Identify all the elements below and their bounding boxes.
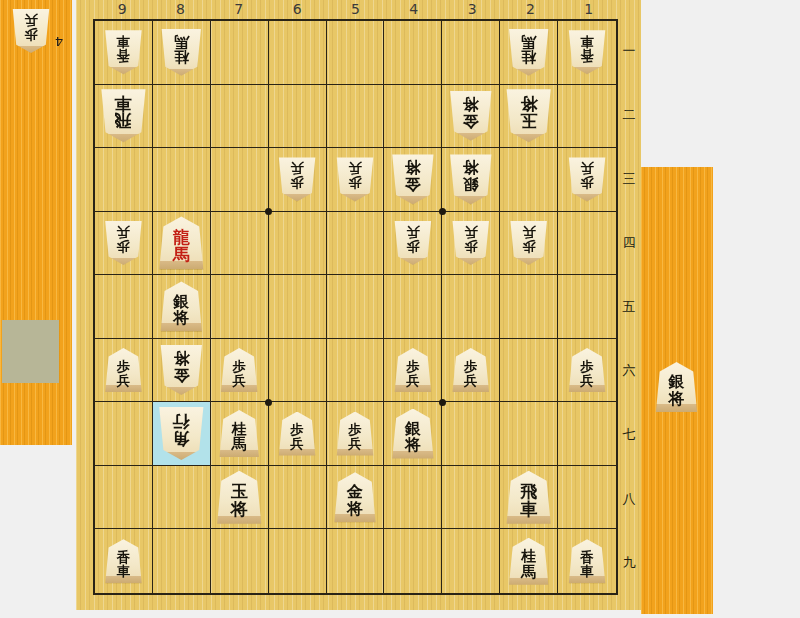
square-4-1[interactable] [384, 21, 442, 85]
piece-kanji: 飛車 [506, 471, 552, 524]
star-point [439, 399, 446, 406]
square-6-8[interactable] [269, 466, 327, 530]
square-9-9[interactable]: 香車 [95, 529, 153, 593]
shogi-piece-gote[interactable]: 歩兵 [104, 221, 142, 265]
square-8-3[interactable] [153, 148, 211, 212]
shogi-piece-sente[interactable]: 龍馬 [158, 216, 204, 269]
square-1-1[interactable]: 香車 [558, 21, 616, 85]
star-point [265, 399, 272, 406]
rank-label: 六 [617, 339, 641, 403]
shogi-piece-sente[interactable]: 歩兵 [220, 348, 258, 392]
square-6-2[interactable] [269, 85, 327, 149]
square-2-9[interactable]: 桂馬 [500, 529, 558, 593]
shogi-piece-sente[interactable]: 銀将 [391, 409, 434, 459]
square-4-4[interactable]: 歩兵 [384, 212, 442, 276]
piece-kanji: 玉将 [506, 89, 552, 142]
square-4-3[interactable]: 金将 [384, 148, 442, 212]
file-labels: 987654321 [93, 0, 618, 18]
piece-kanji: 龍馬 [158, 216, 204, 269]
square-4-2[interactable] [384, 85, 442, 149]
square-8-4[interactable]: 龍馬 [153, 212, 211, 276]
shogi-piece-gote[interactable]: 金将 [449, 91, 492, 141]
rank-label: 八 [617, 467, 641, 531]
piece-kanji: 歩兵 [336, 157, 374, 201]
shogi-piece-sente[interactable]: 飛車 [506, 471, 552, 524]
piece-kanji: 歩兵 [104, 221, 142, 265]
square-1-2[interactable] [558, 85, 616, 149]
square-4-7[interactable]: 銀将 [384, 402, 442, 466]
shogi-piece-gote[interactable]: 玉将 [506, 89, 552, 142]
file-label: 5 [326, 0, 384, 18]
square-9-3[interactable] [95, 148, 153, 212]
piece-kanji: 歩兵 [394, 221, 432, 265]
shogi-piece-sente[interactable]: 金将 [333, 472, 376, 522]
piece-kanji: 桂馬 [508, 538, 549, 585]
square-6-6[interactable] [269, 339, 327, 403]
rank-label: 一 [617, 19, 641, 83]
shogi-piece-gote[interactable]: 飛車 [100, 89, 146, 142]
piece-kanji: 銀将 [391, 409, 434, 459]
square-7-3[interactable] [211, 148, 269, 212]
shogi-piece-gote[interactable]: 歩兵 [12, 9, 50, 53]
square-3-5[interactable] [442, 275, 500, 339]
piece-kanji: 桂馬 [161, 29, 202, 76]
square-9-8[interactable] [95, 466, 153, 530]
square-6-5[interactable] [269, 275, 327, 339]
shogi-piece-gote[interactable]: 銀将 [449, 154, 492, 204]
square-9-4[interactable]: 歩兵 [95, 212, 153, 276]
piece-kanji: 歩兵 [336, 412, 374, 456]
square-3-9[interactable] [442, 529, 500, 593]
square-6-7[interactable]: 歩兵 [269, 402, 327, 466]
square-1-8[interactable] [558, 466, 616, 530]
shogi-piece-sente[interactable]: 香車 [104, 539, 142, 583]
file-label: 3 [443, 0, 501, 18]
piece-kanji: 歩兵 [12, 9, 50, 53]
square-7-2[interactable] [211, 85, 269, 149]
piece-kanji: 香車 [568, 539, 606, 583]
piece-kanji: 香車 [104, 539, 142, 583]
shogi-piece-gote[interactable]: 角行 [158, 407, 204, 460]
square-8-6[interactable]: 金将 [153, 339, 211, 403]
square-8-9[interactable] [153, 529, 211, 593]
square-9-5[interactable] [95, 275, 153, 339]
square-7-8[interactable]: 玉将 [211, 466, 269, 530]
piece-kanji: 歩兵 [510, 221, 548, 265]
square-2-7[interactable] [500, 402, 558, 466]
star-point [265, 208, 272, 215]
square-5-9[interactable] [327, 529, 385, 593]
square-9-7[interactable] [95, 402, 153, 466]
square-4-6[interactable]: 歩兵 [384, 339, 442, 403]
shogi-piece-gote[interactable]: 金将 [160, 345, 203, 395]
square-9-1[interactable]: 香車 [95, 21, 153, 85]
shogi-piece-sente[interactable]: 歩兵 [452, 348, 490, 392]
square-5-8[interactable]: 金将 [327, 466, 385, 530]
piece-kanji: 銀将 [160, 281, 203, 331]
piece-kanji: 歩兵 [568, 157, 606, 201]
square-4-8[interactable] [384, 466, 442, 530]
square-2-8[interactable]: 飛車 [500, 466, 558, 530]
piece-kanji: 金将 [160, 345, 203, 395]
shogi-piece-gote[interactable]: 桂馬 [508, 29, 549, 76]
shogi-piece-gote[interactable]: 歩兵 [336, 157, 374, 201]
star-point [439, 208, 446, 215]
shogi-piece-gote[interactable]: 歩兵 [278, 157, 316, 201]
piece-kanji: 銀将 [655, 362, 698, 412]
square-7-1[interactable] [211, 21, 269, 85]
shogi-piece-gote[interactable]: 金将 [391, 154, 434, 204]
square-1-7[interactable] [558, 402, 616, 466]
file-label: 7 [210, 0, 268, 18]
square-8-7[interactable]: 角行 [153, 402, 211, 466]
square-1-6[interactable]: 歩兵 [558, 339, 616, 403]
piece-kanji: 玉将 [216, 471, 262, 524]
piece-kanji: 歩兵 [278, 412, 316, 456]
rank-label: 五 [617, 275, 641, 339]
rank-label: 二 [617, 83, 641, 147]
piece-kanji: 歩兵 [452, 348, 490, 392]
square-7-4[interactable] [211, 212, 269, 276]
square-1-9[interactable]: 香車 [558, 529, 616, 593]
piece-kanji: 銀将 [449, 154, 492, 204]
file-label: 6 [268, 0, 326, 18]
piece-kanji: 歩兵 [394, 348, 432, 392]
rank-label: 九 [617, 531, 641, 595]
square-6-1[interactable] [269, 21, 327, 85]
shogi-piece-sente[interactable]: 歩兵 [394, 348, 432, 392]
square-7-6[interactable]: 歩兵 [211, 339, 269, 403]
square-4-5[interactable] [384, 275, 442, 339]
file-label: 9 [93, 0, 151, 18]
piece-kanji: 角行 [158, 407, 204, 460]
shogi-app: 歩兵 4 987654321 一二三四五六七八九 香車桂馬桂馬香車飛車金将玉将歩… [0, 0, 800, 618]
square-5-4[interactable] [327, 212, 385, 276]
square-4-9[interactable] [384, 529, 442, 593]
shogi-piece-sente[interactable]: 銀将 [160, 281, 203, 331]
square-2-1[interactable]: 桂馬 [500, 21, 558, 85]
piece-kanji: 金将 [449, 91, 492, 141]
piece-kanji: 金将 [333, 472, 376, 522]
shogi-piece-sente[interactable]: 歩兵 [104, 348, 142, 392]
gote-hand-piece-slot: 歩兵 [12, 9, 50, 53]
square-3-6[interactable]: 歩兵 [442, 339, 500, 403]
square-2-4[interactable]: 歩兵 [500, 212, 558, 276]
shogi-piece-gote[interactable]: 歩兵 [452, 221, 490, 265]
piece-kanji: 歩兵 [278, 157, 316, 201]
piece-kanji: 歩兵 [104, 348, 142, 392]
shogi-piece-sente[interactable]: 歩兵 [336, 412, 374, 456]
shogi-piece-sente[interactable]: 歩兵 [568, 348, 606, 392]
shogi-piece-gote[interactable]: 歩兵 [510, 221, 548, 265]
square-3-7[interactable] [442, 402, 500, 466]
square-8-1[interactable]: 桂馬 [153, 21, 211, 85]
shogi-piece-gote[interactable]: 桂馬 [161, 29, 202, 76]
shogi-piece-sente[interactable]: 桂馬 [508, 538, 549, 585]
file-label: 4 [385, 0, 443, 18]
rank-labels: 一二三四五六七八九 [617, 19, 641, 595]
piece-kanji: 香車 [568, 30, 606, 74]
file-label: 1 [560, 0, 618, 18]
square-5-7[interactable]: 歩兵 [327, 402, 385, 466]
square-5-5[interactable] [327, 275, 385, 339]
piece-kanji: 桂馬 [508, 29, 549, 76]
square-8-2[interactable] [153, 85, 211, 149]
piece-kanji: 歩兵 [220, 348, 258, 392]
shogi-piece-gote[interactable]: 歩兵 [394, 221, 432, 265]
square-3-4[interactable]: 歩兵 [442, 212, 500, 276]
square-9-2[interactable]: 飛車 [95, 85, 153, 149]
square-5-3[interactable]: 歩兵 [327, 148, 385, 212]
square-2-3[interactable] [500, 148, 558, 212]
shogi-piece-sente[interactable]: 歩兵 [278, 412, 316, 456]
shogi-piece-sente[interactable]: 玉将 [216, 471, 262, 524]
square-2-6[interactable] [500, 339, 558, 403]
board-grid: 香車桂馬桂馬香車飛車金将玉将歩兵歩兵金将銀将歩兵歩兵龍馬歩兵歩兵歩兵銀将歩兵金将… [93, 19, 618, 595]
gray-panel [2, 320, 59, 383]
piece-kanji: 桂馬 [219, 410, 260, 457]
square-5-2[interactable] [327, 85, 385, 149]
shogi-piece-gote[interactable]: 歩兵 [568, 157, 606, 201]
square-5-1[interactable] [327, 21, 385, 85]
square-1-5[interactable] [558, 275, 616, 339]
square-5-6[interactable] [327, 339, 385, 403]
square-6-9[interactable] [269, 529, 327, 593]
square-7-7[interactable]: 桂馬 [211, 402, 269, 466]
gote-hand-count: 4 [51, 31, 67, 49]
square-2-5[interactable] [500, 275, 558, 339]
square-3-1[interactable] [442, 21, 500, 85]
square-2-2[interactable]: 玉将 [500, 85, 558, 149]
shogi-piece-gote[interactable]: 香車 [104, 30, 142, 74]
file-label: 2 [501, 0, 559, 18]
square-8-8[interactable] [153, 466, 211, 530]
square-6-3[interactable]: 歩兵 [269, 148, 327, 212]
shogi-piece-sente[interactable]: 銀将 [655, 362, 698, 412]
file-label: 8 [151, 0, 209, 18]
sente-hand-stand[interactable]: 銀将 [641, 167, 713, 614]
square-6-4[interactable] [269, 212, 327, 276]
piece-kanji: 飛車 [100, 89, 146, 142]
piece-kanji: 香車 [104, 30, 142, 74]
piece-kanji: 歩兵 [452, 221, 490, 265]
gote-hand-stand[interactable]: 歩兵 4 [0, 0, 72, 445]
shogi-piece-sente[interactable]: 桂馬 [219, 410, 260, 457]
square-3-8[interactable] [442, 466, 500, 530]
shogi-piece-gote[interactable]: 香車 [568, 30, 606, 74]
piece-kanji: 歩兵 [568, 348, 606, 392]
square-9-6[interactable]: 歩兵 [95, 339, 153, 403]
square-7-5[interactable] [211, 275, 269, 339]
rank-label: 七 [617, 403, 641, 467]
square-3-3[interactable]: 銀将 [442, 148, 500, 212]
shogi-piece-sente[interactable]: 香車 [568, 539, 606, 583]
piece-kanji: 金将 [391, 154, 434, 204]
square-7-9[interactable] [211, 529, 269, 593]
square-1-4[interactable] [558, 212, 616, 276]
square-8-5[interactable]: 銀将 [153, 275, 211, 339]
rank-label: 四 [617, 211, 641, 275]
square-1-3[interactable]: 歩兵 [558, 148, 616, 212]
sente-hand-piece-slot: 銀将 [655, 362, 698, 412]
rank-label: 三 [617, 147, 641, 211]
square-3-2[interactable]: 金将 [442, 85, 500, 149]
